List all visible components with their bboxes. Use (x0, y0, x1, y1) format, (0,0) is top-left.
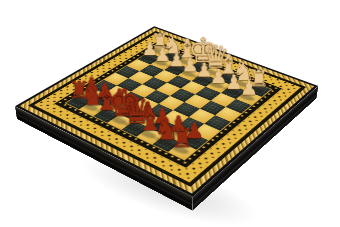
piece-black-rook-a8[interactable]: ♜ (168, 124, 197, 150)
square-d4[interactable] (170, 88, 196, 102)
piece-white-pawn-a2[interactable]: ♟ (236, 77, 262, 97)
board-squares: ♜♞♝♚♛♝♞♜♟♟♟♟♟♟♟♟♟♟♟♟♟♟♟♟♜♞♝♚♛♝♞♜ (65, 45, 273, 160)
product-photo-scene: ♜♞♝♚♛♝♞♜♟♟♟♟♟♟♟♟♟♟♟♟♟♟♟♟♜♞♝♚♛♝♞♜ (0, 0, 340, 227)
